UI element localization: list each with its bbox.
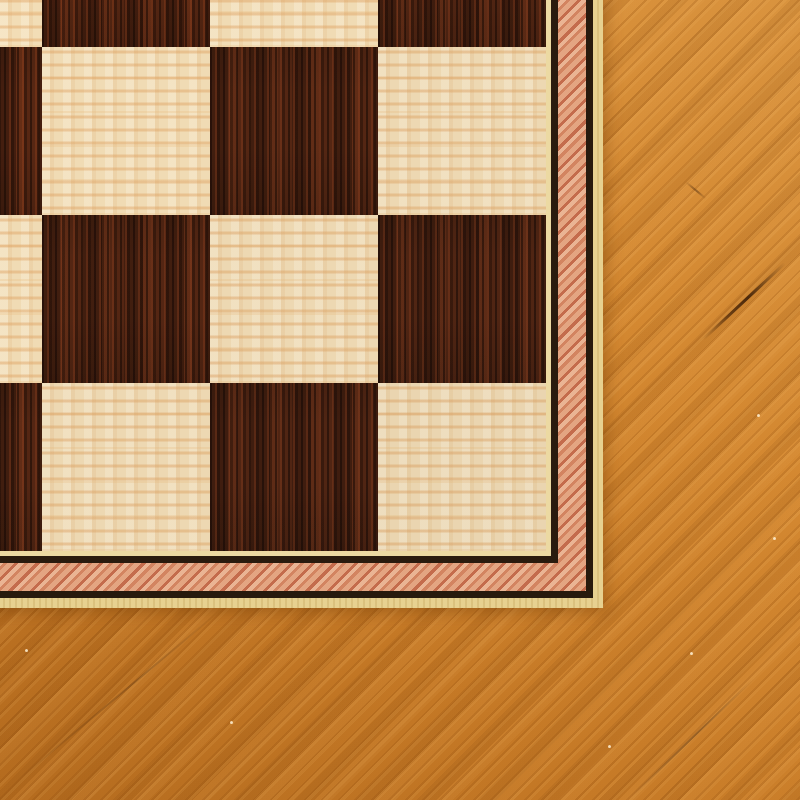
square-g2[interactable] (210, 215, 378, 383)
wood-crack (629, 678, 754, 799)
dust-speck (757, 414, 760, 417)
square-f4[interactable] (42, 0, 210, 47)
wood-crack (702, 262, 786, 341)
dust-speck (690, 652, 693, 655)
square-e2[interactable] (0, 215, 42, 383)
square-f3[interactable] (42, 47, 210, 215)
square-e3[interactable] (0, 47, 42, 215)
wood-crack (17, 599, 233, 781)
dust-speck (25, 649, 28, 652)
wood-crack (685, 181, 706, 199)
dust-speck (773, 537, 776, 540)
square-g4[interactable] (210, 0, 378, 47)
board-frame-black-outer (0, 0, 593, 598)
photo-canvas: { "game": "chess", "scene": { "type": "o… (0, 0, 800, 800)
square-e1[interactable] (0, 383, 42, 551)
board-frame-cream-inner (0, 0, 551, 556)
dust-speck (608, 745, 611, 748)
square-e4[interactable] (0, 0, 42, 47)
square-f2[interactable] (42, 215, 210, 383)
square-f1[interactable] (42, 383, 210, 551)
chessboard (0, 0, 603, 608)
square-h2[interactable] (378, 215, 546, 383)
dust-speck (230, 721, 233, 724)
square-g1[interactable] (210, 383, 378, 551)
square-h4[interactable] (378, 0, 546, 47)
square-h1[interactable] (378, 383, 546, 551)
board-frame-black-inner (0, 0, 558, 563)
chessboard-grid (0, 0, 546, 551)
square-h3[interactable] (378, 47, 546, 215)
board-frame-rosewood-band (0, 0, 586, 591)
square-g3[interactable] (210, 47, 378, 215)
